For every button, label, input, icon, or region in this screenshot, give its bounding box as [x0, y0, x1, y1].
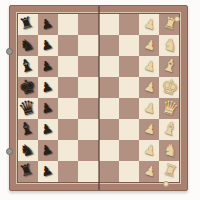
- square-f5[interactable]: [78, 56, 98, 77]
- square-h7[interactable]: ♟: [38, 14, 58, 35]
- white-pawn-piece: ♟: [143, 121, 158, 137]
- black-pawn-piece: ♟: [39, 37, 54, 53]
- square-b1[interactable]: ♞: [159, 140, 179, 161]
- square-e6[interactable]: [58, 77, 78, 98]
- square-a8[interactable]: ♜: [18, 161, 38, 182]
- square-d6[interactable]: [58, 98, 78, 119]
- square-a5[interactable]: [78, 161, 98, 182]
- square-b3[interactable]: [119, 140, 139, 161]
- black-queen-piece: ♛: [16, 96, 38, 119]
- black-pawn-piece: ♟: [39, 100, 54, 116]
- square-b6[interactable]: [58, 140, 78, 161]
- white-pawn-piece: ♟: [143, 100, 158, 116]
- square-d2[interactable]: ♟: [139, 98, 159, 119]
- black-pawn-piece: ♟: [39, 121, 54, 137]
- square-a3[interactable]: [119, 161, 139, 182]
- black-knight-piece: ♞: [18, 140, 36, 159]
- square-e5[interactable]: [78, 77, 98, 98]
- square-g1[interactable]: ♞: [159, 35, 179, 56]
- square-c7[interactable]: ♟: [38, 119, 58, 140]
- square-b4[interactable]: [99, 140, 119, 161]
- square-c3[interactable]: [119, 119, 139, 140]
- black-pawn-piece: ♟: [39, 163, 54, 179]
- square-d3[interactable]: [119, 98, 139, 119]
- hinge-icon: [6, 48, 13, 55]
- white-knight-piece: ♞: [161, 140, 179, 159]
- square-e1[interactable]: ♚: [159, 77, 179, 98]
- white-pawn-piece: ♟: [143, 37, 158, 53]
- square-c5[interactable]: [78, 119, 98, 140]
- square-f8[interactable]: ♝: [18, 56, 38, 77]
- black-king-piece: ♚: [16, 75, 38, 98]
- square-g4[interactable]: [99, 35, 119, 56]
- square-g5[interactable]: [78, 35, 98, 56]
- chess-board: ♜♟♟♜♞♟♟♞♝♟♟♝♚♟♟♚♛♟♟♛♝♟♟♝♞♟♟♞♜♟♟♜: [9, 5, 188, 191]
- black-pawn-piece: ♟: [39, 142, 54, 158]
- black-pawn-piece: ♟: [39, 58, 54, 74]
- square-a1[interactable]: ♜: [159, 161, 179, 182]
- white-pawn-piece: ♟: [143, 79, 158, 95]
- screw-icon: [174, 16, 180, 22]
- white-pawn-piece: ♟: [143, 142, 158, 158]
- square-d5[interactable]: [78, 98, 98, 119]
- square-c2[interactable]: ♟: [139, 119, 159, 140]
- black-knight-piece: ♞: [18, 35, 36, 54]
- square-d4[interactable]: [99, 98, 119, 119]
- white-bishop-piece: ♝: [160, 55, 180, 76]
- square-g2[interactable]: ♟: [139, 35, 159, 56]
- square-a6[interactable]: [58, 161, 78, 182]
- square-h4[interactable]: [99, 14, 119, 35]
- square-d7[interactable]: ♟: [38, 98, 58, 119]
- white-pawn-piece: ♟: [143, 163, 158, 179]
- square-b7[interactable]: ♟: [38, 140, 58, 161]
- square-e4[interactable]: [99, 77, 119, 98]
- square-b8[interactable]: ♞: [18, 140, 38, 161]
- square-a7[interactable]: ♟: [38, 161, 58, 182]
- square-g3[interactable]: [119, 35, 139, 56]
- white-queen-piece: ♛: [159, 96, 181, 119]
- square-c6[interactable]: [58, 119, 78, 140]
- photo-background: ♜♟♟♜♞♟♟♞♝♟♟♝♚♟♟♚♛♟♟♛♝♟♟♝♞♟♟♞♜♟♟♜: [0, 0, 200, 200]
- square-e7[interactable]: ♟: [38, 77, 58, 98]
- square-f3[interactable]: [119, 56, 139, 77]
- square-c8[interactable]: ♝: [18, 119, 38, 140]
- black-pawn-piece: ♟: [39, 16, 54, 32]
- square-h2[interactable]: ♟: [139, 14, 159, 35]
- square-f4[interactable]: [99, 56, 119, 77]
- square-f2[interactable]: ♟: [139, 56, 159, 77]
- white-knight-piece: ♞: [161, 35, 179, 54]
- white-pawn-piece: ♟: [143, 16, 158, 32]
- white-pawn-piece: ♟: [143, 58, 158, 74]
- black-rook-piece: ♜: [18, 15, 35, 33]
- square-d8[interactable]: ♛: [18, 98, 38, 119]
- square-h3[interactable]: [119, 14, 139, 35]
- square-d1[interactable]: ♛: [159, 98, 179, 119]
- square-c4[interactable]: [99, 119, 119, 140]
- black-bishop-piece: ♝: [17, 118, 37, 139]
- square-c1[interactable]: ♝: [159, 119, 179, 140]
- square-h6[interactable]: [58, 14, 78, 35]
- square-f7[interactable]: ♟: [38, 56, 58, 77]
- white-king-piece: ♚: [159, 75, 181, 98]
- black-bishop-piece: ♝: [17, 55, 37, 76]
- square-b5[interactable]: [78, 140, 98, 161]
- square-f6[interactable]: [58, 56, 78, 77]
- square-g6[interactable]: [58, 35, 78, 56]
- black-rook-piece: ♜: [18, 162, 35, 180]
- square-h8[interactable]: ♜: [18, 14, 38, 35]
- fold-seam: [98, 6, 100, 190]
- square-b2[interactable]: ♟: [139, 140, 159, 161]
- white-rook-piece: ♜: [162, 162, 179, 180]
- square-f1[interactable]: ♝: [159, 56, 179, 77]
- square-g8[interactable]: ♞: [18, 35, 38, 56]
- square-e3[interactable]: [119, 77, 139, 98]
- black-pawn-piece: ♟: [39, 79, 54, 95]
- screw-icon: [163, 181, 169, 187]
- square-g7[interactable]: ♟: [38, 35, 58, 56]
- square-a2[interactable]: ♟: [139, 161, 159, 182]
- square-a4[interactable]: [99, 161, 119, 182]
- square-h5[interactable]: [78, 14, 98, 35]
- square-e8[interactable]: ♚: [18, 77, 38, 98]
- square-e2[interactable]: ♟: [139, 77, 159, 98]
- white-bishop-piece: ♝: [160, 118, 180, 139]
- hinge-icon: [6, 148, 13, 155]
